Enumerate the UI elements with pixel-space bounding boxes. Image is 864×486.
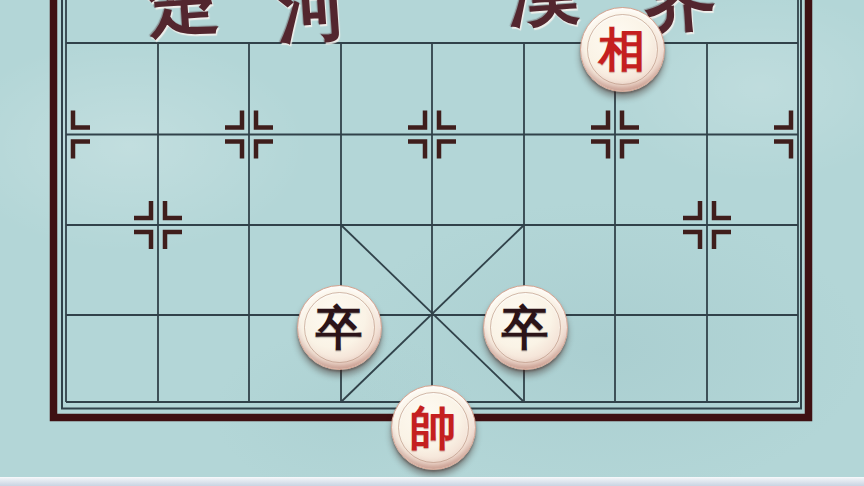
piece-red-elephant[interactable]: 相 — [580, 7, 665, 92]
piece-glyph: 卒 — [502, 304, 549, 351]
piece-glyph: 帥 — [410, 404, 457, 451]
river-character: 漢 — [505, 0, 582, 30]
xiangqi-table: 楚河漢界 相卒卒帥 — [0, 0, 864, 486]
piece-black-soldier-1[interactable]: 卒 — [297, 285, 382, 370]
window-bottom-edge — [0, 477, 864, 486]
river-character: 河 — [274, 0, 351, 46]
piece-glyph: 相 — [599, 26, 646, 73]
piece-black-soldier-2[interactable]: 卒 — [483, 285, 568, 370]
river-character: 楚 — [145, 0, 222, 38]
piece-glyph: 卒 — [316, 304, 363, 351]
piece-red-general[interactable]: 帥 — [391, 385, 476, 470]
